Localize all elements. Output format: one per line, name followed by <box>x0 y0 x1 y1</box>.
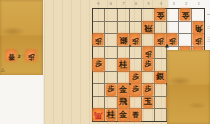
file-coordinates: 987654321 <box>92 1 205 7</box>
square-6-1[interactable] <box>130 9 142 22</box>
piece-glyph: 歩 <box>169 36 176 43</box>
file-label-7: 7 <box>117 1 130 7</box>
square-9-7[interactable] <box>93 84 105 97</box>
square-9-4[interactable] <box>93 47 105 60</box>
piece-glyph: 角 <box>194 23 202 31</box>
piece-glyph: 桂 <box>107 111 115 119</box>
square-2-1[interactable]: 金 <box>179 9 191 22</box>
square-6-3[interactable]: 歩 <box>130 34 142 47</box>
gote-piece-銀[interactable]: 銀 <box>118 34 129 46</box>
square-9-6[interactable] <box>93 72 105 85</box>
piece-glyph: 歩 <box>144 86 151 93</box>
gote-piece-歩[interactable]: 歩 <box>93 34 104 46</box>
gote-piece-歩[interactable]: 歩 <box>130 34 141 46</box>
gote-piece-歩[interactable]: 歩 <box>143 47 154 59</box>
sente-piece-香[interactable]: 香 <box>130 109 141 121</box>
square-8-3[interactable] <box>105 34 117 47</box>
square-6-8[interactable] <box>130 97 142 110</box>
sente-piece-金[interactable]: 金 <box>118 109 129 121</box>
square-8-7[interactable]: 歩 <box>105 84 117 97</box>
square-5-8[interactable]: 玉 <box>142 97 154 110</box>
sente-piece-歩[interactable]: 歩 <box>93 59 104 71</box>
shogi-board: 987654321 一二三四五六七八九 金金飛角歩銀歩歩歩歩歩歩王歩桂歩桂歩銀歩… <box>44 0 168 124</box>
square-8-8[interactable] <box>105 97 117 110</box>
square-1-3[interactable]: 歩 <box>192 34 204 47</box>
square-7-9[interactable]: 金 <box>118 109 130 121</box>
piece-glyph: 銀 <box>119 36 127 44</box>
sente-piece-桂[interactable]: 桂 <box>106 109 117 121</box>
gote-piece-馬[interactable]: 馬 <box>93 109 104 121</box>
square-8-5[interactable] <box>105 59 117 72</box>
gote-piece-金[interactable]: 金 <box>180 9 191 21</box>
square-6-2[interactable] <box>130 22 142 35</box>
square-5-3[interactable] <box>142 34 154 47</box>
hand-count: 2 <box>18 55 21 60</box>
square-5-4[interactable]: 歩 <box>142 47 154 60</box>
sente-piece-玉[interactable]: 玉 <box>143 97 154 109</box>
square-5-1[interactable] <box>142 9 154 22</box>
square-9-9[interactable]: 馬 <box>93 109 105 121</box>
file-label-1: 1 <box>193 1 206 7</box>
piece-glyph: 香 <box>8 52 15 59</box>
gote-piece-歩[interactable]: 歩 <box>26 50 37 62</box>
square-4-8[interactable] <box>155 97 167 110</box>
sente-piece-飛[interactable]: 飛 <box>118 97 129 109</box>
square-4-7[interactable] <box>155 84 167 97</box>
rank-label-1: 一 <box>206 8 211 21</box>
sente-piece-金[interactable]: 金 <box>118 84 129 96</box>
rank-label-3: 三 <box>206 33 211 46</box>
piece-glyph: 飛 <box>119 98 127 106</box>
square-8-9[interactable]: 桂 <box>105 109 117 121</box>
piece-glyph: 銀 <box>156 73 164 81</box>
piece-glyph: 飛 <box>144 23 152 31</box>
square-7-5[interactable]: 桂 <box>118 59 130 72</box>
square-8-1[interactable] <box>105 9 117 22</box>
square-7-6[interactable] <box>118 72 130 85</box>
piece-glyph: 歩 <box>144 61 151 68</box>
square-8-2[interactable] <box>105 22 117 35</box>
square-3-2[interactable] <box>167 22 179 35</box>
shogi-viewer: 香2歩 △ 987654321 一二三四五六七八九 金金飛角歩銀歩歩歩歩歩歩王歩… <box>0 0 210 124</box>
file-label-2: 2 <box>180 1 193 7</box>
square-5-2[interactable]: 飛 <box>142 22 154 35</box>
square-2-2[interactable] <box>179 22 191 35</box>
square-7-1[interactable] <box>118 9 130 22</box>
square-7-2[interactable] <box>118 22 130 35</box>
square-9-5[interactable]: 歩 <box>93 59 105 72</box>
square-7-7[interactable]: 金 <box>118 84 130 97</box>
gote-piece-歩[interactable]: 歩 <box>155 34 166 46</box>
piece-glyph: 歩 <box>132 36 139 43</box>
square-5-6[interactable] <box>142 72 154 85</box>
piece-glyph: 歩 <box>132 74 139 81</box>
piece-glyph: 金 <box>119 86 127 94</box>
piece-glyph: 歩 <box>194 36 201 43</box>
hoshi-dot <box>129 83 131 85</box>
piece-glyph: 歩 <box>27 52 34 59</box>
square-4-5[interactable] <box>155 59 167 72</box>
square-6-6[interactable]: 歩 <box>130 72 142 85</box>
gote-piece-歩[interactable]: 歩 <box>193 34 204 46</box>
square-4-6[interactable]: 銀 <box>155 72 167 85</box>
square-5-5[interactable]: 歩 <box>142 59 154 72</box>
file-label-9: 9 <box>92 1 105 7</box>
piece-glyph: 歩 <box>144 49 151 56</box>
piece-glyph: 金 <box>181 11 189 19</box>
file-label-8: 8 <box>105 1 118 7</box>
sente-piece-銀[interactable]: 銀 <box>155 72 166 84</box>
square-1-2[interactable]: 角 <box>192 22 204 35</box>
square-9-2[interactable] <box>93 22 105 35</box>
square-6-9[interactable]: 香 <box>130 109 142 121</box>
sente-piece-歩[interactable]: 歩 <box>143 59 154 71</box>
square-9-1[interactable] <box>93 9 105 22</box>
gote-komadai: 香2歩 △ <box>0 0 43 75</box>
gote-hand-pieces: 香2歩 <box>6 50 36 62</box>
sente-piece-歩[interactable]: 歩 <box>130 84 141 96</box>
piece-glyph: 歩 <box>95 36 102 43</box>
square-6-7[interactable]: 歩 <box>130 84 142 97</box>
gote-side-marker: △ <box>1 68 4 73</box>
rank-label-2: 二 <box>206 21 211 34</box>
square-6-4[interactable] <box>130 47 142 60</box>
piece-glyph: 玉 <box>144 98 152 106</box>
square-1-1[interactable] <box>192 9 204 22</box>
piece-glyph: 香 <box>132 112 139 119</box>
sente-piece-歩[interactable]: 歩 <box>130 72 141 84</box>
sente-piece-歩[interactable]: 歩 <box>143 84 154 96</box>
piece-glyph: 歩 <box>95 61 102 68</box>
gote-piece-香[interactable]: 香 <box>6 50 17 62</box>
square-9-3[interactable]: 歩 <box>93 34 105 47</box>
square-9-8[interactable] <box>93 97 105 110</box>
square-3-1[interactable] <box>167 9 179 22</box>
square-7-8[interactable]: 飛 <box>118 97 130 110</box>
gote-piece-角[interactable]: 角 <box>193 22 204 34</box>
file-label-4: 4 <box>155 1 168 7</box>
piece-glyph: 歩 <box>107 86 114 93</box>
square-2-3[interactable] <box>179 34 191 47</box>
piece-glyph: 馬 <box>95 111 103 119</box>
sente-komadai: 歩 <box>167 50 210 124</box>
piece-glyph: 歩 <box>132 86 139 93</box>
square-8-6[interactable] <box>105 72 117 85</box>
square-4-2[interactable] <box>155 22 167 35</box>
square-4-4[interactable] <box>155 47 167 60</box>
square-7-4[interactable] <box>118 47 130 60</box>
file-label-6: 6 <box>130 1 143 7</box>
sente-piece-桂[interactable]: 桂 <box>118 59 129 71</box>
square-8-4[interactable] <box>105 47 117 60</box>
gote-piece-飛[interactable]: 飛 <box>143 22 154 34</box>
file-label-3: 3 <box>167 1 180 7</box>
square-5-7[interactable]: 歩 <box>142 84 154 97</box>
square-4-9[interactable] <box>155 109 167 121</box>
square-6-5[interactable] <box>130 59 142 72</box>
file-label-5: 5 <box>142 1 155 7</box>
piece-glyph: 桂 <box>119 61 127 69</box>
piece-glyph: 歩 <box>157 36 164 43</box>
sente-piece-歩[interactable]: 歩 <box>106 84 117 96</box>
piece-glyph: 金 <box>156 11 164 19</box>
square-4-1[interactable]: 金 <box>155 9 167 22</box>
square-5-9[interactable] <box>142 109 154 121</box>
piece-glyph: 金 <box>119 111 127 119</box>
sente-side-marker: ▲ <box>165 43 169 48</box>
gote-piece-金[interactable]: 金 <box>155 9 166 21</box>
